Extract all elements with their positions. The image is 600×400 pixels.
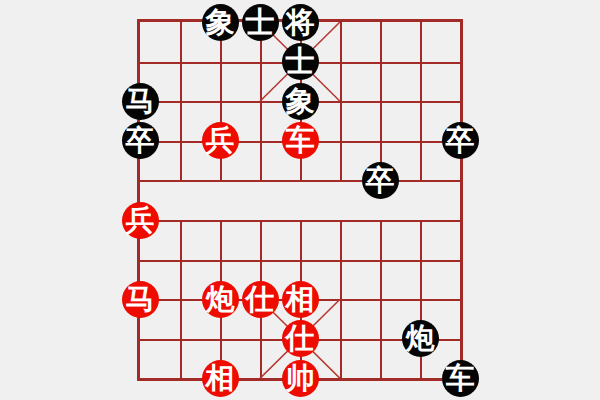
xiangqi-board: 象士将士马象卒兵车卒卒兵马炮仕相仕炮相帅车 [137,19,463,381]
xiangqi-diagram: 象士将士马象卒兵车卒卒兵马炮仕相仕炮相帅车 [0,0,600,400]
piece-red-pawn[interactable]: 兵 [202,122,239,159]
piece-red-general[interactable]: 帅 [282,360,319,397]
piece-red-pawn[interactable]: 兵 [122,202,159,239]
piece-red-advisor[interactable]: 仕 [282,320,319,357]
piece-red-advisor[interactable]: 仕 [242,281,279,318]
piece-red-chariot[interactable]: 车 [282,122,319,159]
piece-red-elephant[interactable]: 相 [282,281,319,318]
piece-black-pawn[interactable]: 卒 [362,162,399,199]
piece-black-elephant[interactable]: 象 [282,83,319,120]
piece-black-advisor[interactable]: 士 [282,43,319,80]
piece-black-cannon[interactable]: 炮 [402,320,439,357]
piece-black-advisor[interactable]: 士 [242,4,279,41]
piece-black-pawn[interactable]: 卒 [122,122,159,159]
piece-black-pawn[interactable]: 卒 [442,122,479,159]
piece-black-chariot[interactable]: 车 [442,360,479,397]
piece-black-horse[interactable]: 马 [122,83,159,120]
piece-red-cannon[interactable]: 炮 [202,281,239,318]
pieces-layer: 象士将士马象卒兵车卒卒兵马炮仕相仕炮相帅车 [140,22,460,378]
piece-black-general[interactable]: 将 [282,4,319,41]
piece-black-elephant[interactable]: 象 [202,4,239,41]
piece-red-horse[interactable]: 马 [122,281,159,318]
piece-red-elephant[interactable]: 相 [202,360,239,397]
